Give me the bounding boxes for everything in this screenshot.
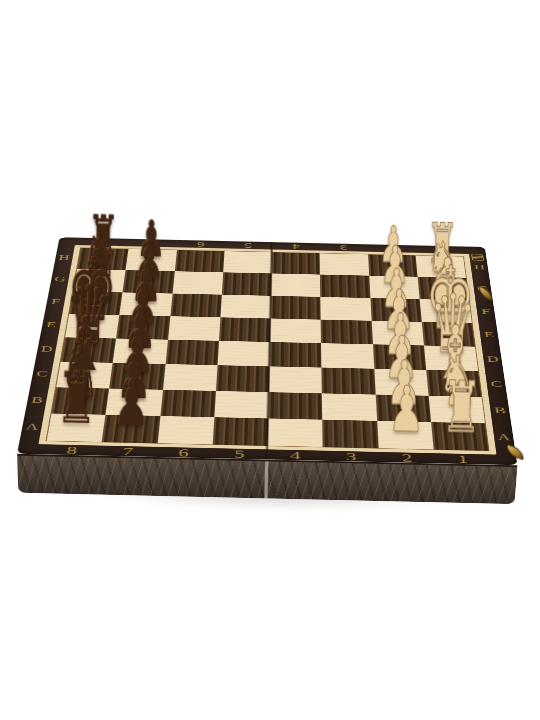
square-a4 [268, 418, 323, 447]
square-g2 [369, 276, 420, 299]
square-b2 [375, 394, 431, 422]
square-a8 [47, 413, 106, 442]
square-e4 [270, 318, 321, 343]
square-g7 [123, 270, 175, 293]
coordinate-label: 6 [176, 240, 224, 248]
coordinate-label: B [489, 397, 512, 424]
square-g5 [222, 272, 272, 295]
square-b8 [52, 387, 110, 415]
square-a7 [102, 415, 160, 444]
coordinate-label-text: 3 [340, 244, 348, 251]
fold-seam-front [264, 461, 268, 498]
chess-set: HGFEDCBA HGFEDCBA 87654321 87654321 ♜♞♝♛… [0, 0, 540, 720]
square-b7 [106, 388, 163, 416]
square-h2 [368, 254, 418, 276]
square-c5 [216, 365, 270, 392]
square-e2 [371, 321, 424, 346]
coordinate-label-text: 1 [435, 246, 443, 253]
square-a6 [157, 416, 214, 445]
coordinate-label-text: 5 [244, 242, 252, 249]
square-a1 [431, 422, 489, 451]
square-b3 [322, 393, 377, 421]
square-e5 [219, 317, 271, 342]
square-h4 [272, 252, 321, 274]
coordinate-label: 5 [224, 241, 272, 249]
square-h3 [320, 253, 369, 275]
coordinate-label: E [479, 323, 500, 347]
chess-set-product-photo: HGFEDCBA HGFEDCBA 87654321 87654321 ♜♞♝♛… [0, 0, 540, 720]
chess-board: HGFEDCBA HGFEDCBA 87654321 87654321 [17, 237, 518, 465]
square-b4 [268, 392, 322, 420]
square-e1 [422, 322, 475, 347]
square-d5 [217, 341, 270, 367]
square-c8 [56, 362, 113, 389]
square-h8 [77, 248, 129, 270]
square-d7 [113, 339, 168, 365]
coordinate-label-text: 8 [101, 238, 110, 245]
coordinate-label-text: 2 [388, 245, 396, 252]
square-h5 [223, 251, 272, 273]
coordinate-label: 3 [320, 243, 368, 251]
square-c6 [163, 364, 218, 391]
square-e6 [168, 316, 221, 341]
square-c4 [269, 366, 322, 393]
square-c2 [374, 369, 429, 396]
coordinate-label-text: 7 [149, 239, 157, 246]
coordinate-label-text: 6 [197, 240, 205, 247]
square-h1 [415, 256, 466, 278]
square-g4 [271, 274, 320, 297]
coordinate-label: 2 [368, 244, 416, 252]
square-c1 [426, 370, 482, 397]
coordinate-label: 4 [272, 242, 320, 250]
square-g6 [172, 271, 223, 294]
square-g8 [73, 269, 125, 292]
square-g1 [417, 277, 468, 300]
coordinate-label: 8 [80, 238, 129, 246]
square-a5 [212, 417, 268, 446]
coordinate-label: C [485, 372, 507, 398]
square-h7 [126, 249, 177, 271]
coordinate-label: 1 [415, 245, 464, 253]
coordinate-label: 7 [128, 239, 177, 247]
square-b1 [428, 396, 485, 424]
square-e8 [65, 314, 120, 339]
square-f5 [220, 294, 271, 318]
square-c7 [109, 363, 165, 390]
square-a2 [377, 421, 434, 450]
square-e3 [321, 320, 373, 345]
square-d8 [61, 337, 117, 363]
square-f8 [69, 291, 122, 315]
square-a3 [322, 420, 378, 449]
coordinate-label-text: 4 [292, 243, 299, 250]
maker-logo-icon [471, 254, 484, 261]
square-e7 [116, 315, 170, 340]
square-c3 [322, 368, 376, 395]
square-g3 [320, 275, 370, 298]
square-d1 [424, 345, 478, 371]
square-b6 [160, 390, 216, 418]
coordinate-label: D [482, 347, 504, 372]
square-b5 [214, 391, 269, 419]
square-f6 [170, 293, 222, 317]
perspective-stage: HGFEDCBA HGFEDCBA 87654321 87654321 [0, 0, 540, 720]
